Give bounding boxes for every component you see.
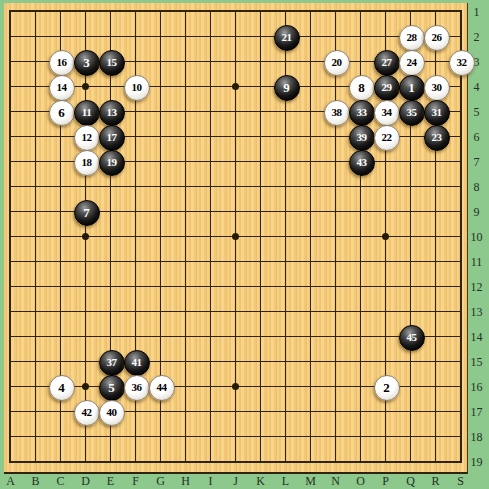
intersection[interactable]: [398, 124, 423, 149]
intersection[interactable]: [298, 99, 323, 124]
intersection[interactable]: [348, 299, 373, 324]
intersection[interactable]: [398, 224, 423, 249]
intersection[interactable]: [73, 349, 98, 374]
intersection[interactable]: [323, 174, 348, 199]
intersection[interactable]: 1: [398, 74, 423, 99]
intersection[interactable]: [173, 299, 198, 324]
intersection[interactable]: [23, 274, 48, 299]
intersection[interactable]: [223, 399, 248, 424]
intersection[interactable]: [0, 174, 23, 199]
intersection[interactable]: [423, 0, 448, 24]
intersection[interactable]: [48, 449, 73, 474]
intersection[interactable]: [298, 199, 323, 224]
intersection[interactable]: [373, 299, 398, 324]
intersection[interactable]: [173, 24, 198, 49]
intersection[interactable]: [248, 449, 273, 474]
intersection[interactable]: [223, 324, 248, 349]
intersection[interactable]: 29: [373, 74, 398, 99]
intersection[interactable]: [323, 274, 348, 299]
intersection[interactable]: [223, 349, 248, 374]
intersection[interactable]: [23, 374, 48, 399]
intersection[interactable]: [23, 449, 48, 474]
intersection[interactable]: [248, 99, 273, 124]
intersection[interactable]: [98, 299, 123, 324]
intersection[interactable]: [273, 449, 298, 474]
intersection[interactable]: [398, 374, 423, 399]
intersection[interactable]: [173, 149, 198, 174]
intersection[interactable]: [148, 74, 173, 99]
intersection[interactable]: 8: [348, 74, 373, 99]
intersection[interactable]: [423, 274, 448, 299]
intersection[interactable]: [148, 124, 173, 149]
intersection[interactable]: [373, 224, 398, 249]
intersection[interactable]: [173, 74, 198, 99]
intersection[interactable]: [223, 49, 248, 74]
intersection[interactable]: [198, 399, 223, 424]
intersection[interactable]: 31: [423, 99, 448, 124]
intersection[interactable]: [198, 249, 223, 274]
intersection[interactable]: [198, 374, 223, 399]
intersection[interactable]: [173, 124, 198, 149]
intersection[interactable]: [273, 399, 298, 424]
intersection[interactable]: [248, 274, 273, 299]
intersection[interactable]: [48, 124, 73, 149]
intersection[interactable]: [48, 224, 73, 249]
intersection[interactable]: [323, 0, 348, 24]
intersection[interactable]: [123, 124, 148, 149]
intersection[interactable]: 38: [323, 99, 348, 124]
intersection[interactable]: [123, 24, 148, 49]
intersection[interactable]: [98, 74, 123, 99]
intersection[interactable]: [298, 374, 323, 399]
intersection[interactable]: [273, 274, 298, 299]
intersection[interactable]: [48, 149, 73, 174]
intersection[interactable]: [273, 99, 298, 124]
intersection[interactable]: [273, 349, 298, 374]
intersection[interactable]: [298, 274, 323, 299]
intersection[interactable]: [423, 149, 448, 174]
intersection[interactable]: [48, 274, 73, 299]
intersection[interactable]: [73, 249, 98, 274]
intersection[interactable]: [48, 199, 73, 224]
intersection[interactable]: 35: [398, 99, 423, 124]
intersection[interactable]: [323, 349, 348, 374]
intersection[interactable]: [223, 374, 248, 399]
intersection[interactable]: [248, 349, 273, 374]
intersection[interactable]: [273, 199, 298, 224]
intersection[interactable]: [173, 99, 198, 124]
intersection[interactable]: [273, 149, 298, 174]
intersection[interactable]: 30: [423, 74, 448, 99]
intersection[interactable]: [148, 424, 173, 449]
intersection[interactable]: [423, 249, 448, 274]
intersection[interactable]: 19: [98, 149, 123, 174]
intersection[interactable]: [348, 324, 373, 349]
intersection[interactable]: [273, 224, 298, 249]
intersection[interactable]: [348, 449, 373, 474]
intersection[interactable]: [248, 299, 273, 324]
intersection[interactable]: [348, 174, 373, 199]
intersection[interactable]: [423, 199, 448, 224]
intersection[interactable]: [23, 0, 48, 24]
intersection[interactable]: [423, 374, 448, 399]
intersection[interactable]: 27: [373, 49, 398, 74]
intersection[interactable]: [373, 274, 398, 299]
intersection[interactable]: [223, 424, 248, 449]
intersection[interactable]: [223, 249, 248, 274]
intersection[interactable]: [398, 0, 423, 24]
intersection[interactable]: [323, 374, 348, 399]
intersection[interactable]: [23, 349, 48, 374]
intersection[interactable]: [23, 424, 48, 449]
intersection[interactable]: [323, 24, 348, 49]
intersection[interactable]: 21: [273, 24, 298, 49]
intersection[interactable]: [223, 174, 248, 199]
intersection[interactable]: [0, 99, 23, 124]
intersection[interactable]: 44: [148, 374, 173, 399]
intersection[interactable]: [323, 424, 348, 449]
intersection[interactable]: [373, 149, 398, 174]
intersection[interactable]: [323, 399, 348, 424]
intersection[interactable]: [23, 149, 48, 174]
intersection[interactable]: [323, 124, 348, 149]
intersection[interactable]: [173, 249, 198, 274]
intersection[interactable]: [148, 49, 173, 74]
intersection[interactable]: [198, 49, 223, 74]
intersection[interactable]: [298, 299, 323, 324]
intersection[interactable]: [248, 399, 273, 424]
intersection[interactable]: [198, 174, 223, 199]
intersection[interactable]: [0, 124, 23, 149]
intersection[interactable]: 20: [323, 49, 348, 74]
intersection[interactable]: [0, 0, 23, 24]
intersection[interactable]: [123, 249, 148, 274]
intersection[interactable]: [223, 0, 248, 24]
intersection[interactable]: [373, 449, 398, 474]
intersection[interactable]: [273, 249, 298, 274]
intersection[interactable]: [198, 0, 223, 24]
intersection[interactable]: [348, 249, 373, 274]
intersection[interactable]: 24: [398, 49, 423, 74]
intersection[interactable]: [173, 274, 198, 299]
intersection[interactable]: [148, 324, 173, 349]
intersection[interactable]: [123, 399, 148, 424]
intersection[interactable]: [73, 174, 98, 199]
intersection[interactable]: [98, 24, 123, 49]
intersection[interactable]: [0, 349, 23, 374]
intersection[interactable]: [248, 424, 273, 449]
intersection[interactable]: [298, 124, 323, 149]
intersection[interactable]: [348, 224, 373, 249]
intersection[interactable]: [298, 224, 323, 249]
intersection[interactable]: [173, 49, 198, 74]
intersection[interactable]: [348, 274, 373, 299]
intersection[interactable]: [23, 199, 48, 224]
intersection[interactable]: 13: [98, 99, 123, 124]
intersection[interactable]: [148, 99, 173, 124]
intersection[interactable]: 15: [98, 49, 123, 74]
intersection[interactable]: 28: [398, 24, 423, 49]
intersection[interactable]: [0, 249, 23, 274]
intersection[interactable]: 11: [73, 99, 98, 124]
intersection[interactable]: [23, 324, 48, 349]
intersection[interactable]: [398, 174, 423, 199]
intersection[interactable]: [298, 399, 323, 424]
intersection[interactable]: [0, 149, 23, 174]
intersection[interactable]: [423, 349, 448, 374]
intersection[interactable]: [173, 174, 198, 199]
intersection[interactable]: [148, 399, 173, 424]
intersection[interactable]: [423, 449, 448, 474]
intersection[interactable]: [48, 299, 73, 324]
intersection[interactable]: 6: [48, 99, 73, 124]
intersection[interactable]: [398, 349, 423, 374]
intersection[interactable]: [48, 249, 73, 274]
intersection[interactable]: 18: [73, 149, 98, 174]
intersection[interactable]: [198, 324, 223, 349]
intersection[interactable]: [198, 99, 223, 124]
intersection[interactable]: [23, 124, 48, 149]
intersection[interactable]: [198, 149, 223, 174]
intersection[interactable]: [323, 224, 348, 249]
intersection[interactable]: 5: [98, 374, 123, 399]
intersection[interactable]: [148, 174, 173, 199]
intersection[interactable]: [348, 349, 373, 374]
intersection[interactable]: [423, 399, 448, 424]
intersection[interactable]: [123, 449, 148, 474]
intersection[interactable]: [0, 49, 23, 74]
intersection[interactable]: 16: [48, 49, 73, 74]
intersection[interactable]: [173, 374, 198, 399]
intersection[interactable]: [73, 324, 98, 349]
intersection[interactable]: [323, 249, 348, 274]
intersection[interactable]: [273, 49, 298, 74]
intersection[interactable]: [0, 324, 23, 349]
intersection[interactable]: [273, 424, 298, 449]
intersection[interactable]: [373, 24, 398, 49]
intersection[interactable]: [423, 324, 448, 349]
intersection[interactable]: [198, 299, 223, 324]
intersection[interactable]: [298, 149, 323, 174]
intersection[interactable]: [73, 0, 98, 24]
intersection[interactable]: [48, 0, 73, 24]
intersection[interactable]: [173, 449, 198, 474]
intersection[interactable]: [98, 249, 123, 274]
intersection[interactable]: [173, 199, 198, 224]
intersection[interactable]: [348, 0, 373, 24]
intersection[interactable]: [23, 49, 48, 74]
intersection[interactable]: [423, 424, 448, 449]
intersection[interactable]: [348, 399, 373, 424]
intersection[interactable]: [223, 299, 248, 324]
intersection[interactable]: [73, 24, 98, 49]
intersection[interactable]: [248, 74, 273, 99]
intersection[interactable]: [398, 449, 423, 474]
intersection[interactable]: [123, 0, 148, 24]
intersection[interactable]: [198, 224, 223, 249]
intersection[interactable]: [248, 174, 273, 199]
intersection[interactable]: [23, 399, 48, 424]
intersection[interactable]: [298, 174, 323, 199]
intersection[interactable]: [0, 399, 23, 424]
intersection[interactable]: [348, 199, 373, 224]
intersection[interactable]: [323, 449, 348, 474]
intersection[interactable]: [298, 74, 323, 99]
intersection[interactable]: [323, 324, 348, 349]
intersection[interactable]: [23, 99, 48, 124]
intersection[interactable]: [223, 274, 248, 299]
intersection[interactable]: [348, 24, 373, 49]
intersection[interactable]: [23, 74, 48, 99]
intersection[interactable]: [373, 324, 398, 349]
intersection[interactable]: [423, 224, 448, 249]
intersection[interactable]: [198, 424, 223, 449]
intersection[interactable]: [148, 449, 173, 474]
intersection[interactable]: [23, 249, 48, 274]
intersection[interactable]: [273, 0, 298, 24]
intersection[interactable]: [98, 199, 123, 224]
intersection[interactable]: [373, 399, 398, 424]
intersection[interactable]: [73, 274, 98, 299]
intersection[interactable]: [73, 224, 98, 249]
intersection[interactable]: [198, 124, 223, 149]
intersection[interactable]: [0, 299, 23, 324]
intersection[interactable]: 33: [348, 99, 373, 124]
intersection[interactable]: [0, 374, 23, 399]
intersection[interactable]: [23, 24, 48, 49]
intersection[interactable]: 9: [273, 74, 298, 99]
intersection[interactable]: [248, 324, 273, 349]
intersection[interactable]: 42: [73, 399, 98, 424]
intersection[interactable]: [123, 149, 148, 174]
intersection[interactable]: [73, 424, 98, 449]
intersection[interactable]: [248, 0, 273, 24]
intersection[interactable]: [148, 274, 173, 299]
intersection[interactable]: [348, 424, 373, 449]
intersection[interactable]: [223, 74, 248, 99]
intersection[interactable]: [123, 224, 148, 249]
intersection[interactable]: [223, 199, 248, 224]
intersection[interactable]: 22: [373, 124, 398, 149]
intersection[interactable]: 23: [423, 124, 448, 149]
intersection[interactable]: [123, 49, 148, 74]
intersection[interactable]: [48, 174, 73, 199]
intersection[interactable]: [373, 174, 398, 199]
intersection[interactable]: 17: [98, 124, 123, 149]
intersection[interactable]: [98, 174, 123, 199]
intersection[interactable]: [373, 0, 398, 24]
intersection[interactable]: [298, 324, 323, 349]
intersection[interactable]: [48, 24, 73, 49]
intersection[interactable]: [173, 349, 198, 374]
intersection[interactable]: [248, 49, 273, 74]
intersection[interactable]: [198, 199, 223, 224]
intersection[interactable]: 12: [73, 124, 98, 149]
intersection[interactable]: [223, 124, 248, 149]
intersection[interactable]: [323, 199, 348, 224]
intersection[interactable]: 32: [448, 49, 473, 74]
intersection[interactable]: [98, 274, 123, 299]
intersection[interactable]: 36: [123, 374, 148, 399]
intersection[interactable]: [48, 349, 73, 374]
intersection[interactable]: [273, 299, 298, 324]
intersection[interactable]: [398, 399, 423, 424]
intersection[interactable]: [398, 424, 423, 449]
intersection[interactable]: [298, 24, 323, 49]
intersection[interactable]: [173, 224, 198, 249]
intersection[interactable]: [373, 249, 398, 274]
intersection[interactable]: [323, 74, 348, 99]
intersection[interactable]: [273, 374, 298, 399]
intersection[interactable]: [148, 149, 173, 174]
intersection[interactable]: 37: [98, 349, 123, 374]
intersection[interactable]: [0, 274, 23, 299]
intersection[interactable]: [148, 0, 173, 24]
intersection[interactable]: [123, 99, 148, 124]
intersection[interactable]: [23, 299, 48, 324]
intersection[interactable]: [0, 224, 23, 249]
intersection[interactable]: [348, 49, 373, 74]
intersection[interactable]: [98, 449, 123, 474]
intersection[interactable]: [398, 299, 423, 324]
intersection[interactable]: [173, 324, 198, 349]
intersection[interactable]: [98, 424, 123, 449]
intersection[interactable]: [98, 324, 123, 349]
intersection[interactable]: 14: [48, 74, 73, 99]
intersection[interactable]: 39: [348, 124, 373, 149]
intersection[interactable]: [423, 49, 448, 74]
intersection[interactable]: [248, 249, 273, 274]
intersection[interactable]: [398, 249, 423, 274]
intersection[interactable]: [173, 0, 198, 24]
intersection[interactable]: 40: [98, 399, 123, 424]
intersection[interactable]: [173, 399, 198, 424]
intersection[interactable]: 34: [373, 99, 398, 124]
intersection[interactable]: [173, 424, 198, 449]
intersection[interactable]: 43: [348, 149, 373, 174]
intersection[interactable]: [348, 374, 373, 399]
intersection[interactable]: [73, 299, 98, 324]
intersection[interactable]: [323, 149, 348, 174]
intersection[interactable]: [298, 449, 323, 474]
intersection[interactable]: [123, 424, 148, 449]
intersection[interactable]: [248, 224, 273, 249]
intersection[interactable]: [48, 399, 73, 424]
intersection[interactable]: 2: [373, 374, 398, 399]
intersection[interactable]: 26: [423, 24, 448, 49]
intersection[interactable]: [148, 199, 173, 224]
intersection[interactable]: [298, 49, 323, 74]
intersection[interactable]: [0, 424, 23, 449]
intersection[interactable]: [73, 74, 98, 99]
intersection[interactable]: [223, 99, 248, 124]
intersection[interactable]: 10: [123, 74, 148, 99]
intersection[interactable]: [148, 224, 173, 249]
intersection[interactable]: [198, 274, 223, 299]
intersection[interactable]: 4: [48, 374, 73, 399]
intersection[interactable]: [273, 174, 298, 199]
intersection[interactable]: [248, 374, 273, 399]
intersection[interactable]: [98, 0, 123, 24]
intersection[interactable]: [0, 24, 23, 49]
intersection[interactable]: [23, 224, 48, 249]
intersection[interactable]: [123, 299, 148, 324]
intersection[interactable]: [0, 199, 23, 224]
intersection[interactable]: 41: [123, 349, 148, 374]
intersection[interactable]: [48, 424, 73, 449]
intersection[interactable]: [298, 349, 323, 374]
intersection[interactable]: 3: [73, 49, 98, 74]
